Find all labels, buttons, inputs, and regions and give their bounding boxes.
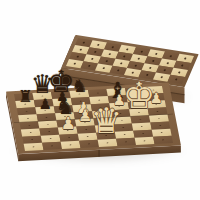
peg-hole [105,60,108,62]
dark-rook: ♜ [19,89,34,105]
peg-hole [143,140,145,141]
peg-hole [91,58,94,60]
peg-hole [124,134,126,135]
peg-hole [47,124,49,125]
peg-hole [50,138,52,139]
dark-knight: ♞ [72,78,88,96]
peg-hole [28,125,30,126]
chess-board-frame: ♛♚♞♜♟♝♟♟♟♞♟♚♟♟♛ [6,83,181,154]
peg-hole [184,58,187,60]
peg-hole [30,132,32,133]
peg-hole [106,142,108,143]
peg-hole [134,65,137,67]
peg-hole [178,72,181,74]
peg-hole [123,56,126,58]
peg-hole [68,137,70,138]
peg-hole [152,60,155,62]
peg-hole [32,146,34,147]
board-square [42,142,62,150]
peg-hole [82,42,85,44]
dark-pawn: ♟ [39,97,52,111]
peg-hole [97,44,100,46]
board-square [79,140,99,148]
peg-hole [126,49,129,51]
peg-hole [79,49,82,51]
peg-hole [94,51,97,53]
board-square [116,138,136,146]
peg-hole [31,139,33,140]
peg-hole [158,118,160,119]
peg-hole [142,133,144,134]
peg-hole [122,127,124,128]
peg-hole [87,136,89,137]
board-square [167,75,184,84]
peg-hole [161,132,163,133]
board-square [135,137,155,145]
peg-hole [125,141,127,142]
board-square [153,136,173,144]
peg-hole [48,131,50,132]
peg-hole [85,129,87,130]
peg-hole [162,139,164,140]
peg-hole [139,119,141,120]
peg-hole [159,125,161,126]
peg-hole [45,117,47,118]
board-square [61,141,81,149]
board-square [24,143,44,151]
peg-hole [111,46,114,48]
peg-hole [131,72,134,74]
peg-hole [69,144,71,145]
peg-hole [160,76,163,78]
peg-hole [149,67,152,69]
peg-hole [140,51,143,53]
peg-hole [137,58,140,60]
peg-hole [175,79,178,81]
peg-hole [102,67,105,69]
peg-hole [26,111,28,112]
board-square [98,139,118,147]
peg-hole [108,53,111,55]
peg-hole [166,62,169,64]
product-photo-chess-set: ♛♚♞♜♟♝♟♟♟♞♟♚♟♟♛ [0,0,200,200]
peg-hole [169,55,172,57]
peg-hole [163,69,166,71]
peg-hole [97,93,99,94]
peg-hole [120,63,123,65]
peg-hole [155,53,158,55]
peg-hole [51,145,53,146]
peg-hole [181,65,184,67]
peg-hole [88,65,91,67]
peg-hole [141,126,143,127]
peg-hole [88,143,90,144]
peg-hole [156,111,158,112]
light-pawn: ♟ [61,115,76,132]
peg-hole [27,118,29,119]
peg-hole [117,70,120,72]
board-front-fold-seam [99,150,100,157]
peg-hole [76,56,79,58]
